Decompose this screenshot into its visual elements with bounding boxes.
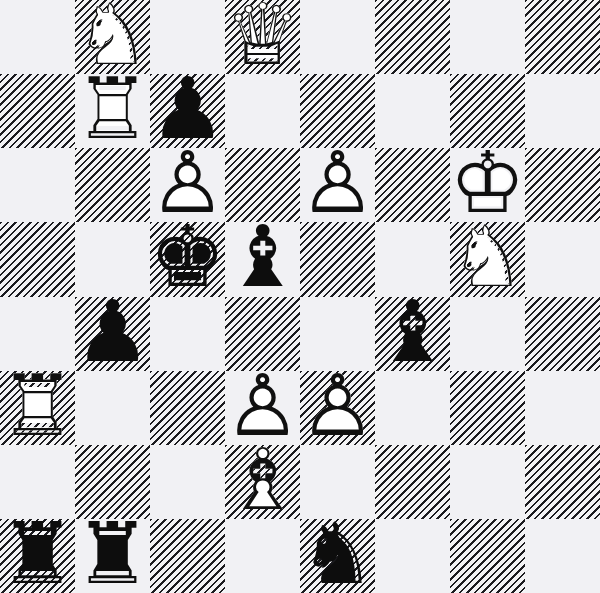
square-b4[interactable]: ♟: [75, 297, 150, 371]
black-bishop-piece: ♝: [225, 222, 300, 296]
square-b7[interactable]: ♜♖: [75, 74, 150, 148]
white-pawn-piece: ♟♙: [300, 148, 375, 222]
square-f1[interactable]: [375, 519, 450, 593]
square-d5[interactable]: ♝: [225, 222, 300, 296]
square-h5[interactable]: [525, 222, 600, 296]
square-b1[interactable]: ♜: [75, 519, 150, 593]
square-h2[interactable]: [525, 445, 600, 519]
square-g5[interactable]: ♞♘: [450, 222, 525, 296]
square-h8[interactable]: [525, 0, 600, 74]
square-f2[interactable]: [375, 445, 450, 519]
square-a8[interactable]: [0, 0, 75, 74]
square-f8[interactable]: [375, 0, 450, 74]
white-pawn-piece: ♟♙: [300, 371, 375, 445]
square-b6[interactable]: [75, 148, 150, 222]
square-e8[interactable]: [300, 0, 375, 74]
square-d8[interactable]: ♛♕: [225, 0, 300, 74]
black-knight-piece: ♞: [300, 519, 375, 593]
square-a3[interactable]: ♜♖: [0, 371, 75, 445]
square-a5[interactable]: [0, 222, 75, 296]
square-h7[interactable]: [525, 74, 600, 148]
square-h3[interactable]: [525, 371, 600, 445]
square-e3[interactable]: ♟♙: [300, 371, 375, 445]
square-h1[interactable]: [525, 519, 600, 593]
square-g1[interactable]: [450, 519, 525, 593]
square-g2[interactable]: [450, 445, 525, 519]
square-d7[interactable]: [225, 74, 300, 148]
square-f6[interactable]: [375, 148, 450, 222]
square-d1[interactable]: [225, 519, 300, 593]
square-g3[interactable]: [450, 371, 525, 445]
square-f4[interactable]: ♝: [375, 297, 450, 371]
black-king-piece: ♚: [150, 222, 225, 296]
white-bishop-piece: ♝♗: [225, 445, 300, 519]
square-c2[interactable]: [150, 445, 225, 519]
square-c5[interactable]: ♚: [150, 222, 225, 296]
square-e5[interactable]: [300, 222, 375, 296]
black-bishop-piece: ♝: [375, 297, 450, 371]
square-a7[interactable]: [0, 74, 75, 148]
square-d2[interactable]: ♝♗: [225, 445, 300, 519]
square-h6[interactable]: [525, 148, 600, 222]
square-e1[interactable]: ♞: [300, 519, 375, 593]
square-h4[interactable]: [525, 297, 600, 371]
white-rook-piece: ♜♖: [0, 371, 75, 445]
square-b3[interactable]: [75, 371, 150, 445]
chess-board: ♞♘♛♕♜♖♟♟♙♟♙♚♔♚♝♞♘♟♝♜♖♟♙♟♙♝♗♜♜♞: [0, 0, 600, 593]
black-pawn-piece: ♟: [75, 297, 150, 371]
square-c4[interactable]: [150, 297, 225, 371]
square-c3[interactable]: [150, 371, 225, 445]
black-rook-piece: ♜: [0, 519, 75, 593]
square-g8[interactable]: [450, 0, 525, 74]
square-a6[interactable]: [0, 148, 75, 222]
white-queen-piece: ♛♕: [225, 0, 300, 74]
square-f3[interactable]: [375, 371, 450, 445]
square-c1[interactable]: [150, 519, 225, 593]
square-a1[interactable]: ♜: [0, 519, 75, 593]
square-e6[interactable]: ♟♙: [300, 148, 375, 222]
white-rook-piece: ♜♖: [75, 74, 150, 148]
white-knight-piece: ♞♘: [450, 222, 525, 296]
black-rook-piece: ♜: [75, 519, 150, 593]
square-g4[interactable]: [450, 297, 525, 371]
square-f7[interactable]: [375, 74, 450, 148]
